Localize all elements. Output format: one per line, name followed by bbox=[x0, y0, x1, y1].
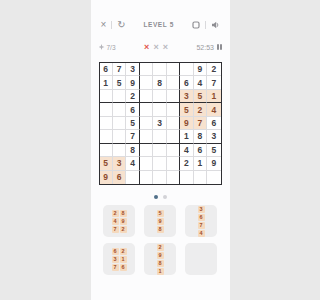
piece-cell: 2 bbox=[120, 248, 127, 255]
board-cell-r6c9[interactable]: 3 bbox=[207, 130, 220, 143]
board-cell-r1c4[interactable] bbox=[140, 63, 153, 76]
board-cell-r1c1[interactable]: 6 bbox=[100, 63, 113, 76]
board-cell-r2c1[interactable]: 1 bbox=[100, 76, 113, 89]
hint-count: 7/3 bbox=[107, 44, 116, 51]
board-cell-r1c7[interactable] bbox=[180, 63, 193, 76]
board-cell-r3c9[interactable]: 1 bbox=[207, 90, 220, 103]
board-cell-r8c1[interactable]: 5 bbox=[100, 157, 113, 170]
board-cell-r3c8[interactable]: 5 bbox=[194, 90, 207, 103]
board-cell-r4c6[interactable] bbox=[167, 103, 180, 116]
board-cell-r1c9[interactable]: 2 bbox=[207, 63, 220, 76]
board-cell-r6c1[interactable] bbox=[100, 130, 113, 143]
board-cell-r5c6[interactable] bbox=[167, 117, 180, 130]
board-cell-r9c6[interactable] bbox=[167, 171, 180, 184]
pause-icon bbox=[220, 44, 222, 50]
sudoku-board: 6739215986472351652453976718384655342199… bbox=[99, 62, 222, 185]
page-dot-2[interactable] bbox=[163, 195, 167, 199]
board-cell-r7c4[interactable] bbox=[140, 144, 153, 157]
piece-cell: 2 bbox=[157, 244, 164, 251]
header-top: × ↻ LEVEL 5 bbox=[91, 18, 230, 31]
board-cell-r9c3[interactable] bbox=[126, 171, 139, 184]
board-cell-r6c4[interactable] bbox=[140, 130, 153, 143]
board-cell-r9c1[interactable]: 9 bbox=[100, 171, 113, 184]
board-cell-r5c4[interactable] bbox=[140, 117, 153, 130]
piece-cell: 6 bbox=[120, 264, 127, 271]
board-cell-r2c3[interactable]: 9 bbox=[126, 76, 139, 89]
board-cell-r4c2[interactable] bbox=[113, 103, 126, 116]
header-left-group: × ↻ bbox=[101, 20, 126, 30]
board-cell-r3c1[interactable] bbox=[100, 90, 113, 103]
board-cell-r4c8[interactable]: 2 bbox=[194, 103, 207, 116]
board-cell-r4c3[interactable]: 6 bbox=[126, 103, 139, 116]
board-cell-r8c8[interactable]: 1 bbox=[194, 157, 207, 170]
board-cell-r9c4[interactable] bbox=[140, 171, 153, 184]
piece-cell: 6 bbox=[198, 214, 205, 221]
pause-button[interactable] bbox=[217, 44, 222, 50]
board-cell-r1c2[interactable]: 7 bbox=[113, 63, 126, 76]
piece-cell: 1 bbox=[120, 256, 127, 263]
piece-cell: 2 bbox=[120, 226, 127, 233]
board-cell-r9c2[interactable]: 6 bbox=[113, 171, 126, 184]
piece-slot-1[interactable]: 284972 bbox=[103, 205, 135, 237]
board-cell-r9c7[interactable] bbox=[180, 171, 193, 184]
board-cell-r2c9[interactable]: 7 bbox=[207, 76, 220, 89]
board-cell-r1c8[interactable]: 9 bbox=[194, 63, 207, 76]
piece-cell: 8 bbox=[120, 210, 127, 217]
piece-cell: 9 bbox=[157, 218, 164, 225]
board-cell-r7c6[interactable] bbox=[167, 144, 180, 157]
board-cell-r3c5[interactable] bbox=[153, 90, 166, 103]
restart-icon: ↻ bbox=[117, 20, 125, 30]
board-cell-r8c6[interactable] bbox=[167, 157, 180, 170]
board-cell-r1c6[interactable] bbox=[167, 63, 180, 76]
board-cell-r5c3[interactable]: 5 bbox=[126, 117, 139, 130]
piece-cell: 9 bbox=[157, 252, 164, 259]
board-cell-r5c9[interactable]: 6 bbox=[207, 117, 220, 130]
board-cell-r5c1[interactable] bbox=[100, 117, 113, 130]
board-cell-r6c8[interactable]: 8 bbox=[194, 130, 207, 143]
board-cell-r4c7[interactable]: 5 bbox=[180, 103, 193, 116]
piece-slot-4[interactable]: 623176 bbox=[103, 243, 135, 275]
status-bar: 7/3 ××× 52:53 bbox=[91, 41, 230, 53]
board-cell-r2c2[interactable]: 5 bbox=[113, 76, 126, 89]
app-screen: × ↻ LEVEL 5 7/3 ××× 52:53 67392159864723… bbox=[91, 0, 230, 300]
page-dot-1[interactable] bbox=[154, 195, 158, 199]
board-cell-r3c6[interactable] bbox=[167, 90, 180, 103]
board-cell-r6c5[interactable] bbox=[153, 130, 166, 143]
mistake-x-icon-gray: × bbox=[153, 43, 158, 52]
board-cell-r7c9[interactable]: 5 bbox=[207, 144, 220, 157]
board-cell-r4c9[interactable]: 4 bbox=[207, 103, 220, 116]
board-cell-r7c1[interactable] bbox=[100, 144, 113, 157]
board-cell-r5c2[interactable] bbox=[113, 117, 126, 130]
piece-1[interactable]: 284972 bbox=[112, 210, 127, 233]
board-cell-r2c4[interactable] bbox=[140, 76, 153, 89]
board-cell-r6c3[interactable]: 7 bbox=[126, 130, 139, 143]
restart-button[interactable]: ↻ bbox=[117, 20, 125, 30]
board-cell-r9c8[interactable] bbox=[194, 171, 207, 184]
level-label: LEVEL 5 bbox=[143, 21, 173, 28]
page-dots[interactable] bbox=[91, 195, 230, 199]
header-divider-2 bbox=[205, 21, 206, 29]
mistake-x-icon-red: × bbox=[144, 43, 149, 52]
piece-2[interactable]: 598 bbox=[157, 210, 164, 233]
piece-cell: 4 bbox=[198, 230, 205, 237]
board-cell-r4c4[interactable] bbox=[140, 103, 153, 116]
board-cell-r6c6[interactable] bbox=[167, 130, 180, 143]
board-cell-r7c7[interactable]: 4 bbox=[180, 144, 193, 157]
board-cell-r9c9[interactable] bbox=[207, 171, 220, 184]
piece-cell: 5 bbox=[157, 210, 164, 217]
mistake-x-icon-gray: × bbox=[163, 43, 168, 52]
board-cell-r5c5[interactable]: 3 bbox=[153, 117, 166, 130]
header-right-group bbox=[192, 21, 220, 29]
board-cell-r8c5[interactable] bbox=[153, 157, 166, 170]
header-divider bbox=[111, 21, 112, 29]
board-cell-r3c4[interactable] bbox=[140, 90, 153, 103]
board-cell-r4c1[interactable] bbox=[100, 103, 113, 116]
board-cell-r9c5[interactable] bbox=[153, 171, 166, 184]
board-cell-r6c7[interactable]: 1 bbox=[180, 130, 193, 143]
mistakes: ××× bbox=[144, 43, 168, 52]
timer-group: 52:53 bbox=[196, 44, 221, 51]
close-icon: × bbox=[101, 20, 107, 30]
board-cell-r2c7[interactable]: 6 bbox=[180, 76, 193, 89]
board-cell-r8c2[interactable]: 3 bbox=[113, 157, 126, 170]
board-cell-r8c9[interactable]: 9 bbox=[207, 157, 220, 170]
board-cell-r1c3[interactable]: 3 bbox=[126, 63, 139, 76]
piece-cell: 3 bbox=[112, 256, 119, 263]
board-cell-r8c3[interactable]: 4 bbox=[126, 157, 139, 170]
tray-row-1: 284972 598 3674 bbox=[103, 205, 217, 237]
board-cell-r2c8[interactable]: 4 bbox=[194, 76, 207, 89]
piece-cell: 1 bbox=[157, 268, 164, 275]
hint-button[interactable]: 7/3 bbox=[99, 44, 116, 51]
piece-slot-3[interactable]: 3674 bbox=[185, 205, 217, 237]
piece-cell: 4 bbox=[112, 218, 119, 225]
piece-cell: 7 bbox=[198, 222, 205, 229]
piece-slot-2[interactable]: 598 bbox=[144, 205, 176, 237]
board-cell-r6c2[interactable] bbox=[113, 130, 126, 143]
piece-cell: 6 bbox=[112, 248, 119, 255]
board-cell-r2c6[interactable] bbox=[167, 76, 180, 89]
board-cell-r3c2[interactable] bbox=[113, 90, 126, 103]
piece-cell: 9 bbox=[120, 218, 127, 225]
square-button[interactable] bbox=[192, 21, 200, 29]
piece-cell: 3 bbox=[198, 206, 205, 213]
board-cell-r7c5[interactable] bbox=[153, 144, 166, 157]
piece-slot-5[interactable]: 2981 bbox=[144, 243, 176, 275]
board-cell-r8c7[interactable]: 2 bbox=[180, 157, 193, 170]
piece-cell: 8 bbox=[157, 260, 164, 267]
pause-icon bbox=[217, 44, 219, 50]
piece-cell: 7 bbox=[112, 264, 119, 271]
tray-row-2: 623176 2981 bbox=[103, 243, 217, 275]
piece-4[interactable]: 623176 bbox=[112, 248, 127, 271]
piece-cell: 7 bbox=[112, 226, 119, 233]
piece-5[interactable]: 2981 bbox=[157, 244, 164, 275]
board-cell-r1c5[interactable] bbox=[153, 63, 166, 76]
piece-3[interactable]: 3674 bbox=[198, 206, 205, 237]
board-cell-r2c5[interactable]: 8 bbox=[153, 76, 166, 89]
pieces-tray: 284972 598 3674 623176 2981 bbox=[91, 205, 230, 275]
board-cell-r5c7[interactable]: 9 bbox=[180, 117, 193, 130]
board-cell-r8c4[interactable] bbox=[140, 157, 153, 170]
close-button[interactable]: × bbox=[101, 20, 107, 30]
piece-cell: 2 bbox=[112, 210, 119, 217]
board-cell-r4c5[interactable] bbox=[153, 103, 166, 116]
square-icon bbox=[192, 21, 200, 29]
board-cell-r3c7[interactable]: 3 bbox=[180, 90, 193, 103]
hint-icon bbox=[99, 44, 105, 50]
sound-icon bbox=[211, 21, 220, 29]
board-cell-r7c8[interactable]: 6 bbox=[194, 144, 207, 157]
board-cell-r7c2[interactable] bbox=[113, 144, 126, 157]
timer-label: 52:53 bbox=[196, 44, 214, 51]
board-cell-r7c3[interactable]: 8 bbox=[126, 144, 139, 157]
board-cell-r3c3[interactable]: 2 bbox=[126, 90, 139, 103]
board-cell-r5c8[interactable]: 7 bbox=[194, 117, 207, 130]
piece-cell: 8 bbox=[157, 226, 164, 233]
sound-button[interactable] bbox=[211, 21, 220, 29]
piece-slot-6[interactable] bbox=[185, 243, 217, 275]
